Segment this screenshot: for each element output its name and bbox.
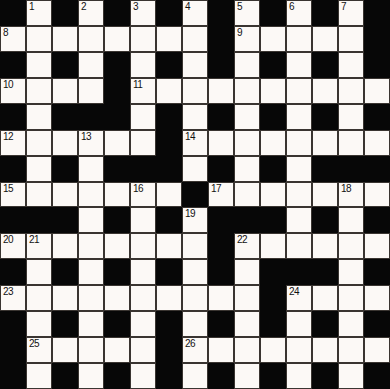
black-cell-r2c12 [312,52,338,78]
black-cell-r2c14 [364,52,390,78]
black-cell-r4c0 [0,104,26,130]
clue-number-23: 23 [3,287,13,297]
cell-r11c1[interactable] [26,285,52,311]
black-cell-r10c8 [208,259,234,285]
clue-number-18: 18 [341,184,351,194]
clue-number-11: 11 [133,80,142,90]
cell-r3c14[interactable] [364,78,390,104]
black-cell-r10c11 [286,259,312,285]
clue-number-24: 24 [289,287,299,297]
cell-r13c5[interactable] [130,337,156,363]
cell-r14c11[interactable] [286,363,312,389]
cell-r12c1[interactable] [26,311,52,337]
black-cell-r14c4 [104,363,130,389]
cell-r11c8[interactable] [208,285,234,311]
cell-r12c7[interactable] [182,311,208,337]
cell-r3c13[interactable] [338,78,364,104]
cell-r4c11[interactable] [286,104,312,130]
cell-r3c11[interactable] [286,78,312,104]
clue-number-12: 12 [3,132,13,142]
cell-r1c11[interactable] [286,26,312,52]
clue-number-15: 15 [3,184,13,194]
cell-r3c2[interactable] [52,78,78,104]
cell-r2c9[interactable] [234,52,260,78]
cell-r6c11[interactable] [286,156,312,182]
black-cell-r6c4 [104,156,130,182]
cell-r5c12[interactable] [312,130,338,156]
cell-r13c10[interactable] [260,337,286,363]
cell-r6c9[interactable] [234,156,260,182]
cell-r1c13[interactable] [338,26,364,52]
black-cell-r4c2 [52,104,78,130]
cell-r13c9[interactable] [234,337,260,363]
cell-r3c12[interactable] [312,78,338,104]
cell-r7c11[interactable] [286,182,312,208]
black-cell-r4c4 [104,104,130,130]
black-cell-r12c0 [0,311,26,337]
black-cell-r6c13 [338,156,364,182]
cell-r1c4[interactable] [104,26,130,52]
cell-r2c11[interactable] [286,52,312,78]
cell-r13c13[interactable] [338,337,364,363]
cell-r5c0[interactable]: 12 [0,130,26,156]
cell-r12c5[interactable] [130,311,156,337]
clue-number-4: 4 [185,2,190,12]
clue-number-3: 3 [133,2,138,12]
cell-r5c3[interactable]: 13 [78,130,104,156]
black-cell-r8c9 [234,207,260,233]
cell-r11c14[interactable] [364,285,390,311]
cell-r11c13[interactable] [338,285,364,311]
cell-r9c6[interactable] [156,233,182,259]
black-cell-r12c4 [104,311,130,337]
black-cell-r12c12 [312,311,338,337]
black-cell-r8c0 [0,207,26,233]
cell-r3c9[interactable] [234,78,260,104]
black-cell-r10c10 [260,259,286,285]
cell-r13c7[interactable]: 26 [182,337,208,363]
cell-r6c7[interactable] [182,156,208,182]
cell-r10c5[interactable] [130,259,156,285]
black-cell-r14c2 [52,363,78,389]
cell-r11c12[interactable] [312,285,338,311]
cell-r4c1[interactable] [26,104,52,130]
cell-r4c9[interactable] [234,104,260,130]
black-cell-r6c5 [130,156,156,182]
cell-r10c1[interactable] [26,259,52,285]
black-cell-r6c0 [0,156,26,182]
clue-number-25: 25 [29,339,39,349]
black-cell-r8c4 [104,207,130,233]
cell-r8c13[interactable] [338,207,364,233]
clue-number-5: 5 [237,2,242,12]
cell-r3c6[interactable] [156,78,182,104]
cell-r11c0[interactable]: 23 [0,285,26,311]
black-cell-r8c1 [26,207,52,233]
cell-r8c3[interactable] [78,207,104,233]
cell-r13c4[interactable] [104,337,130,363]
cell-r9c2[interactable] [52,233,78,259]
clue-number-13: 13 [81,132,91,142]
cell-r10c3[interactable] [78,259,104,285]
cell-r13c2[interactable] [52,337,78,363]
black-cell-r8c14 [364,207,390,233]
cell-r1c6[interactable] [156,26,182,52]
cell-r11c5[interactable] [130,285,156,311]
cell-r5c10[interactable] [260,130,286,156]
cell-r7c5[interactable]: 16 [130,182,156,208]
black-cell-r10c4 [104,259,130,285]
cell-r5c7[interactable]: 14 [182,130,208,156]
black-cell-r4c6 [156,104,182,130]
cell-r5c8[interactable] [208,130,234,156]
cell-r9c3[interactable] [78,233,104,259]
cell-r7c4[interactable] [104,182,130,208]
black-cell-r0c14 [364,0,390,26]
cell-r5c2[interactable] [52,130,78,156]
cell-r14c7[interactable] [182,363,208,389]
clue-number-1: 1 [29,2,34,12]
black-cell-r10c0 [0,259,26,285]
black-cell-r6c8 [208,156,234,182]
black-cell-r12c10 [260,311,286,337]
black-cell-r4c3 [78,104,104,130]
black-cell-r0c10 [260,0,286,26]
cell-r1c0[interactable]: 8 [0,26,26,52]
black-cell-r8c6 [156,207,182,233]
cell-r5c9[interactable] [234,130,260,156]
black-cell-r12c6 [156,311,182,337]
clue-number-17: 17 [211,184,221,194]
cell-r11c9[interactable] [234,285,260,311]
black-cell-r12c2 [52,311,78,337]
black-cell-r6c12 [312,156,338,182]
black-cell-r14c14 [364,363,390,389]
cell-r1c5[interactable] [130,26,156,52]
black-cell-r8c12 [312,207,338,233]
cell-r7c2[interactable] [52,182,78,208]
cell-r0c5[interactable]: 3 [130,0,156,26]
cell-r5c13[interactable] [338,130,364,156]
cell-r13c1[interactable]: 25 [26,337,52,363]
cell-r0c9[interactable]: 5 [234,0,260,26]
black-cell-r4c14 [364,104,390,130]
black-cell-r10c2 [52,259,78,285]
cell-r9c4[interactable] [104,233,130,259]
cell-r13c8[interactable] [208,337,234,363]
black-cell-r0c2 [52,0,78,26]
clue-number-2: 2 [81,2,86,12]
cell-r12c9[interactable] [234,311,260,337]
cell-r0c1[interactable]: 1 [26,0,52,26]
cell-r7c9[interactable] [234,182,260,208]
cell-r3c3[interactable] [78,78,104,104]
cell-r5c4[interactable] [104,130,130,156]
cell-r7c6[interactable] [156,182,182,208]
black-cell-r14c0 [0,363,26,389]
cell-r9c14[interactable] [364,233,390,259]
black-cell-r4c8 [208,104,234,130]
cell-r3c8[interactable] [208,78,234,104]
cell-r0c7[interactable]: 4 [182,0,208,26]
black-cell-r5c6 [156,130,182,156]
black-cell-r12c14 [364,311,390,337]
cell-r1c3[interactable] [78,26,104,52]
cell-r11c6[interactable] [156,285,182,311]
black-cell-r14c12 [312,363,338,389]
cell-r9c12[interactable] [312,233,338,259]
cell-r14c13[interactable] [338,363,364,389]
clue-number-8: 8 [3,28,8,38]
cell-r10c7[interactable] [182,259,208,285]
clue-number-22: 22 [237,235,247,245]
cell-r0c3[interactable]: 2 [78,0,104,26]
cell-r7c13[interactable]: 18 [338,182,364,208]
cell-r5c14[interactable] [364,130,390,156]
cell-r0c11[interactable]: 6 [286,0,312,26]
clue-number-10: 10 [3,80,13,90]
cell-r1c1[interactable] [26,26,52,52]
cell-r9c1[interactable]: 21 [26,233,52,259]
cell-r3c10[interactable] [260,78,286,104]
black-cell-r0c6 [156,0,182,26]
black-cell-r6c2 [52,156,78,182]
cell-r11c7[interactable] [182,285,208,311]
cell-r7c10[interactable] [260,182,286,208]
clue-number-20: 20 [3,235,13,245]
clue-number-21: 21 [29,235,39,245]
cell-r9c13[interactable] [338,233,364,259]
cell-r0c13[interactable]: 7 [338,0,364,26]
black-cell-r13c6 [156,337,182,363]
cell-r13c11[interactable] [286,337,312,363]
cell-r10c13[interactable] [338,259,364,285]
cell-r13c3[interactable] [78,337,104,363]
black-cell-r14c10 [260,363,286,389]
black-cell-r8c8 [208,207,234,233]
cell-r4c5[interactable] [130,104,156,130]
cell-r1c2[interactable] [52,26,78,52]
cell-r12c11[interactable] [286,311,312,337]
cell-r9c11[interactable] [286,233,312,259]
cell-r14c9[interactable] [234,363,260,389]
cell-r5c5[interactable] [130,130,156,156]
cell-r7c14[interactable] [364,182,390,208]
cell-r14c1[interactable] [26,363,52,389]
cell-r6c3[interactable] [78,156,104,182]
clue-number-9: 9 [237,28,242,38]
cell-r8c7[interactable]: 19 [182,207,208,233]
black-cell-r10c6 [156,259,182,285]
black-cell-r0c0 [0,0,26,26]
cell-r12c3[interactable] [78,311,104,337]
black-cell-r2c10 [260,52,286,78]
black-cell-r2c0 [0,52,26,78]
black-cell-r6c10 [260,156,286,182]
cell-r6c1[interactable] [26,156,52,182]
cell-r1c10[interactable] [260,26,286,52]
cell-r9c7[interactable] [182,233,208,259]
cell-r2c3[interactable] [78,52,104,78]
cell-r4c7[interactable] [182,104,208,130]
cell-r5c1[interactable] [26,130,52,156]
cell-r7c1[interactable] [26,182,52,208]
cell-r13c12[interactable] [312,337,338,363]
black-cell-r4c12 [312,104,338,130]
cell-r2c13[interactable] [338,52,364,78]
black-cell-r0c8 [208,0,234,26]
crossword-grid: 1234567891011121314151617181920212223242… [0,0,390,389]
cell-r9c10[interactable] [260,233,286,259]
black-cell-r14c6 [156,363,182,389]
cell-r11c3[interactable] [78,285,104,311]
cell-r7c0[interactable]: 15 [0,182,26,208]
black-cell-r4c10 [260,104,286,130]
black-cell-r8c10 [260,207,286,233]
cell-r2c1[interactable] [26,52,52,78]
clue-number-6: 6 [289,2,294,12]
cell-r11c11[interactable]: 24 [286,285,312,311]
cell-r1c9[interactable]: 9 [234,26,260,52]
cell-r7c8[interactable]: 17 [208,182,234,208]
clue-number-7: 7 [341,2,346,12]
cell-r13c14[interactable] [364,337,390,363]
black-cell-r0c12 [312,0,338,26]
cell-r14c3[interactable] [78,363,104,389]
black-cell-r14c8 [208,363,234,389]
cell-r11c2[interactable] [52,285,78,311]
cell-r5c11[interactable] [286,130,312,156]
cell-r3c0[interactable]: 10 [0,78,26,104]
cell-r12c13[interactable] [338,311,364,337]
cell-r2c7[interactable] [182,52,208,78]
cell-r9c9[interactable]: 22 [234,233,260,259]
cell-r2c5[interactable] [130,52,156,78]
cell-r8c5[interactable] [130,207,156,233]
cell-r9c0[interactable]: 20 [0,233,26,259]
cell-r1c12[interactable] [312,26,338,52]
clue-number-14: 14 [185,132,195,142]
cell-r11c4[interactable] [104,285,130,311]
black-cell-r2c8 [208,52,234,78]
cell-r4c13[interactable] [338,104,364,130]
clue-number-19: 19 [185,209,195,219]
cell-r8c11[interactable] [286,207,312,233]
cell-r3c5[interactable]: 11 [130,78,156,104]
black-cell-r2c6 [156,52,182,78]
cell-r3c1[interactable] [26,78,52,104]
crossword-board: 1234567891011121314151617181920212223242… [0,0,390,389]
black-cell-r1c8 [208,26,234,52]
black-cell-r7c7 [182,182,208,208]
cell-r10c9[interactable] [234,259,260,285]
black-cell-r6c6 [156,156,182,182]
cell-r7c3[interactable] [78,182,104,208]
cell-r3c7[interactable] [182,78,208,104]
cell-r9c5[interactable] [130,233,156,259]
black-cell-r6c14 [364,156,390,182]
cell-r1c7[interactable] [182,26,208,52]
black-cell-r2c4 [104,52,130,78]
clue-number-26: 26 [185,339,195,349]
black-cell-r10c12 [312,259,338,285]
black-cell-r10c14 [364,259,390,285]
cell-r14c5[interactable] [130,363,156,389]
black-cell-r2c2 [52,52,78,78]
black-cell-r13c0 [0,337,26,363]
black-cell-r12c8 [208,311,234,337]
black-cell-r1c14 [364,26,390,52]
cell-r7c12[interactable] [312,182,338,208]
black-cell-r8c2 [52,207,78,233]
black-cell-r11c10 [260,285,286,311]
black-cell-r3c4 [104,78,130,104]
clue-number-16: 16 [133,184,143,194]
black-cell-r9c8 [208,233,234,259]
black-cell-r0c4 [104,0,130,26]
